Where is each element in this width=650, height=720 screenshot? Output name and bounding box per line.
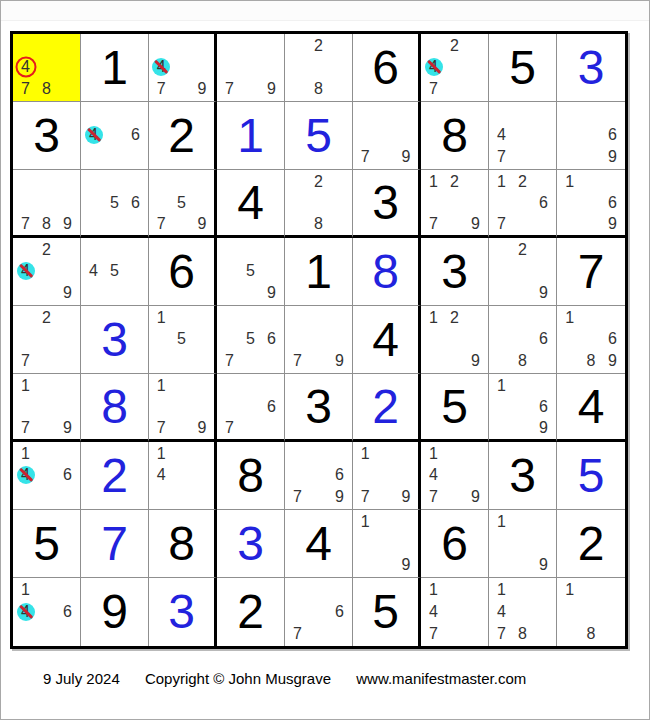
cell-r3c6[interactable]: 3 — [353, 170, 421, 238]
pencil-marks: 67 — [285, 578, 352, 646]
entered-digit: 2 — [353, 374, 418, 439]
given-digit: 6 — [149, 238, 214, 305]
pencil-marks: 15 — [149, 306, 214, 373]
cell-r8c3[interactable]: 8 — [149, 510, 217, 578]
candidate-7: 7 — [151, 213, 171, 234]
candidate-6: 6 — [57, 601, 78, 623]
candidate-4: 4 — [151, 465, 171, 487]
candidate-9: 9 — [261, 78, 282, 100]
candidate-5: 5 — [171, 192, 191, 213]
cell-r1c5[interactable]: 28 — [285, 34, 353, 102]
candidate-1: 1 — [559, 579, 580, 601]
entered-digit: 7 — [81, 510, 148, 577]
candidate-1: 1 — [559, 307, 580, 329]
candidate-7: 7 — [491, 146, 512, 168]
pencil-marks: 45 — [81, 238, 148, 305]
candidate-9: 9 — [465, 213, 486, 234]
cell-r8c7[interactable]: 6 — [421, 510, 489, 578]
candidate-7: 7 — [15, 350, 36, 372]
pencil-marks: 567 — [217, 306, 284, 373]
given-digit: 3 — [353, 170, 418, 235]
cell-r9c1[interactable]: 146 — [13, 578, 81, 646]
candidate-6: 6 — [602, 125, 623, 147]
cell-r2c9[interactable]: 69 — [557, 102, 625, 170]
candidate-9: 9 — [602, 350, 623, 372]
pencil-marks: 1267 — [489, 170, 556, 235]
cell-r4c5[interactable]: 1 — [285, 238, 353, 306]
candidate-9: 9 — [396, 486, 416, 508]
pencil-marks: 69 — [557, 102, 625, 169]
footer: 9 July 2024 Copyright © John Musgrave ww… — [43, 670, 526, 687]
candidate-9: 9 — [261, 282, 282, 304]
candidate-8: 8 — [512, 623, 533, 645]
given-digit: 3 — [285, 374, 352, 439]
cell-r5c2[interactable]: 3 — [81, 306, 149, 374]
cell-r6c1[interactable]: 179 — [13, 374, 81, 442]
given-digit: 5 — [13, 510, 80, 577]
pencil-marks: 19 — [353, 510, 418, 577]
candidate-7: 7 — [15, 213, 36, 234]
given-digit: 6 — [353, 34, 418, 101]
pencil-marks: 1689 — [557, 306, 625, 373]
entered-digit: 2 — [81, 442, 148, 509]
cell-r2c7[interactable]: 8 — [421, 102, 489, 170]
cell-r8c4[interactable]: 3 — [217, 510, 285, 578]
cell-r8c6[interactable]: 19 — [353, 510, 421, 578]
pencil-marks: 67 — [217, 374, 284, 439]
candidate-1: 1 — [15, 443, 36, 465]
entered-digit: 3 — [149, 578, 214, 646]
cell-r3c1[interactable]: 789 — [13, 170, 81, 238]
pencil-marks: 179 — [13, 374, 80, 439]
cell-r5c5[interactable]: 79 — [285, 306, 353, 374]
cell-r6c5[interactable]: 3 — [285, 374, 353, 442]
pencil-marks: 579 — [149, 170, 214, 235]
given-digit: 5 — [421, 374, 488, 439]
candidate-6: 6 — [602, 192, 623, 213]
candidate-6: 6 — [602, 329, 623, 351]
cell-r9c8[interactable]: 1478 — [489, 578, 557, 646]
candidate-9: 9 — [57, 417, 78, 438]
candidate-7: 7 — [151, 78, 171, 100]
cell-r5c1[interactable]: 27 — [13, 306, 81, 374]
cell-r3c5[interactable]: 28 — [285, 170, 353, 238]
cell-r4c9[interactable]: 7 — [557, 238, 625, 306]
cell-r2c6[interactable]: 79 — [353, 102, 421, 170]
cell-r5c7[interactable]: 129 — [421, 306, 489, 374]
candidate-1: 1 — [423, 171, 444, 192]
cell-r1c2[interactable]: 1 — [81, 34, 149, 102]
pencil-marks: 79 — [353, 102, 418, 169]
cell-r2c8[interactable]: 47 — [489, 102, 557, 170]
cell-r7c8[interactable]: 3 — [489, 442, 557, 510]
candidate-4-circled: 4 — [15, 57, 36, 79]
candidate-7: 7 — [219, 78, 240, 100]
cell-r1c8[interactable]: 5 — [489, 34, 557, 102]
pencil-marks: 249 — [13, 238, 80, 305]
candidate-6: 6 — [329, 601, 350, 623]
candidate-7: 7 — [355, 146, 375, 168]
candidate-7: 7 — [15, 78, 36, 100]
cell-r7c7[interactable]: 1479 — [421, 442, 489, 510]
cell-r8c9[interactable]: 2 — [557, 510, 625, 578]
candidate-7: 7 — [423, 486, 444, 508]
pencil-marks: 179 — [149, 374, 214, 439]
given-digit: 8 — [149, 510, 214, 577]
candidate-8: 8 — [308, 78, 329, 100]
candidate-9: 9 — [192, 78, 212, 100]
cell-r5c8[interactable]: 68 — [489, 306, 557, 374]
candidate-9: 9 — [533, 417, 554, 438]
candidate-2: 2 — [36, 239, 57, 261]
pencil-marks: 129 — [421, 306, 488, 373]
candidate-2: 2 — [512, 171, 533, 192]
cell-r6c7[interactable]: 5 — [421, 374, 489, 442]
entered-digit: 1 — [217, 102, 284, 169]
candidate-9: 9 — [329, 350, 350, 372]
cell-r2c5[interactable]: 5 — [285, 102, 353, 170]
candidate-4-eliminated: 4 — [151, 57, 171, 79]
cell-r7c9[interactable]: 5 — [557, 442, 625, 510]
cell-r7c3[interactable]: 14 — [149, 442, 217, 510]
cell-r4c6[interactable]: 8 — [353, 238, 421, 306]
candidate-2: 2 — [36, 307, 57, 329]
entered-digit: 3 — [217, 510, 284, 577]
pencil-marks: 147 — [421, 578, 488, 646]
candidate-2: 2 — [444, 307, 465, 329]
cell-r7c2[interactable]: 2 — [81, 442, 149, 510]
candidate-7: 7 — [491, 623, 512, 645]
cell-r3c7[interactable]: 1279 — [421, 170, 489, 238]
candidate-7: 7 — [287, 486, 308, 508]
given-digit: 9 — [81, 578, 148, 646]
cell-r9c4[interactable]: 2 — [217, 578, 285, 646]
entered-digit: 5 — [557, 442, 625, 509]
cell-r5c4[interactable]: 567 — [217, 306, 285, 374]
candidate-9: 9 — [465, 486, 486, 508]
entered-digit: 8 — [353, 238, 418, 305]
candidate-7: 7 — [491, 213, 512, 234]
candidate-7: 7 — [423, 623, 444, 645]
candidate-9: 9 — [396, 554, 416, 576]
pencil-marks: 19 — [489, 510, 556, 577]
candidate-9: 9 — [192, 213, 212, 234]
given-digit: 3 — [421, 238, 488, 305]
candidate-1: 1 — [15, 375, 36, 396]
cell-r4c1[interactable]: 249 — [13, 238, 81, 306]
entered-digit: 8 — [81, 374, 148, 439]
cell-r8c8[interactable]: 19 — [489, 510, 557, 578]
cell-r7c1[interactable]: 146 — [13, 442, 81, 510]
cell-r1c9[interactable]: 3 — [557, 34, 625, 102]
pencil-marks: 28 — [285, 170, 352, 235]
footer-website: www.manifestmaster.com — [356, 670, 526, 687]
candidate-6: 6 — [125, 125, 146, 147]
candidate-7: 7 — [15, 417, 36, 438]
candidate-7: 7 — [423, 213, 444, 234]
sudoku-board: 4781479792862475334621579847697895657942… — [10, 31, 628, 649]
pencil-marks: 56 — [81, 170, 148, 235]
candidate-8: 8 — [512, 350, 533, 372]
given-digit: 3 — [489, 442, 556, 509]
candidate-4: 4 — [491, 601, 512, 623]
candidate-6: 6 — [533, 329, 554, 351]
candidate-7: 7 — [151, 417, 171, 438]
given-digit: 2 — [557, 510, 625, 577]
cell-r4c2[interactable]: 45 — [81, 238, 149, 306]
candidate-7: 7 — [219, 350, 240, 372]
candidate-1: 1 — [423, 443, 444, 465]
page-top-band — [1, 1, 649, 21]
pencil-marks: 169 — [557, 170, 625, 235]
cell-r6c2[interactable]: 8 — [81, 374, 149, 442]
given-digit: 1 — [81, 34, 148, 101]
pencil-marks: 1478 — [489, 578, 556, 646]
candidate-2: 2 — [512, 239, 533, 261]
candidate-2: 2 — [444, 35, 465, 57]
candidate-8: 8 — [308, 213, 329, 234]
cell-r4c8[interactable]: 29 — [489, 238, 557, 306]
candidate-9: 9 — [602, 146, 623, 168]
given-digit: 7 — [557, 238, 625, 305]
candidate-9: 9 — [533, 554, 554, 576]
cell-r6c6[interactable]: 2 — [353, 374, 421, 442]
candidate-1: 1 — [491, 375, 512, 396]
given-digit: 8 — [217, 442, 284, 509]
given-digit: 3 — [13, 102, 80, 169]
candidate-1: 1 — [491, 171, 512, 192]
candidate-4-eliminated: 4 — [83, 125, 104, 147]
given-digit: 8 — [421, 102, 488, 169]
cell-r9c3[interactable]: 3 — [149, 578, 217, 646]
cell-r4c7[interactable]: 3 — [421, 238, 489, 306]
cell-r3c8[interactable]: 1267 — [489, 170, 557, 238]
footer-date: 9 July 2024 — [43, 670, 120, 687]
cell-r3c3[interactable]: 579 — [149, 170, 217, 238]
cell-r9c9[interactable]: 18 — [557, 578, 625, 646]
candidate-7: 7 — [423, 78, 444, 100]
cell-r6c3[interactable]: 179 — [149, 374, 217, 442]
cell-r9c6[interactable]: 5 — [353, 578, 421, 646]
candidate-4: 4 — [491, 125, 512, 147]
candidate-1: 1 — [151, 375, 171, 396]
cell-r4c4[interactable]: 59 — [217, 238, 285, 306]
pencil-marks: 79 — [217, 34, 284, 101]
pencil-marks: 169 — [489, 374, 556, 439]
cell-r6c4[interactable]: 67 — [217, 374, 285, 442]
cell-r5c6[interactable]: 4 — [353, 306, 421, 374]
candidate-4-eliminated: 4 — [15, 601, 36, 623]
given-digit: 1 — [285, 238, 352, 305]
cell-r8c2[interactable]: 7 — [81, 510, 149, 578]
cell-r6c9[interactable]: 4 — [557, 374, 625, 442]
candidate-1: 1 — [151, 443, 171, 465]
candidate-5: 5 — [240, 329, 261, 351]
candidate-9: 9 — [57, 282, 78, 304]
cell-r7c5[interactable]: 679 — [285, 442, 353, 510]
pencil-marks: 146 — [13, 578, 80, 646]
pencil-marks: 29 — [489, 238, 556, 305]
candidate-2: 2 — [308, 35, 329, 57]
cell-r3c2[interactable]: 56 — [81, 170, 149, 238]
candidate-9: 9 — [602, 213, 623, 234]
cell-r4c3[interactable]: 6 — [149, 238, 217, 306]
cell-r7c4[interactable]: 8 — [217, 442, 285, 510]
candidate-6: 6 — [57, 465, 78, 487]
cell-r5c3[interactable]: 15 — [149, 306, 217, 374]
given-digit: 4 — [217, 170, 284, 235]
cell-r2c3[interactable]: 2 — [149, 102, 217, 170]
pencil-marks: 478 — [13, 34, 80, 101]
candidate-6: 6 — [533, 192, 554, 213]
pencil-marks: 14 — [149, 442, 214, 509]
candidate-9: 9 — [192, 417, 212, 438]
candidate-9: 9 — [57, 213, 78, 234]
candidate-9: 9 — [465, 350, 486, 372]
cell-r8c1[interactable]: 5 — [13, 510, 81, 578]
candidate-7: 7 — [287, 350, 308, 372]
cell-r1c4[interactable]: 79 — [217, 34, 285, 102]
pencil-marks: 679 — [285, 442, 352, 509]
cell-r9c5[interactable]: 67 — [285, 578, 353, 646]
pencil-marks: 1279 — [421, 170, 488, 235]
pencil-marks: 47 — [489, 102, 556, 169]
entered-digit: 5 — [285, 102, 352, 169]
entered-digit: 3 — [557, 34, 625, 101]
candidate-6: 6 — [125, 192, 146, 213]
given-digit: 4 — [285, 510, 352, 577]
given-digit: 5 — [353, 578, 418, 646]
cell-r8c5[interactable]: 4 — [285, 510, 353, 578]
pencil-marks: 27 — [13, 306, 80, 373]
pencil-marks: 247 — [421, 34, 488, 101]
cell-r6c8[interactable]: 169 — [489, 374, 557, 442]
candidate-6: 6 — [533, 396, 554, 417]
given-digit: 4 — [557, 374, 625, 439]
cell-r2c4[interactable]: 1 — [217, 102, 285, 170]
candidate-6: 6 — [329, 465, 350, 487]
pencil-marks: 789 — [13, 170, 80, 235]
pencil-marks: 479 — [149, 34, 214, 101]
candidate-5: 5 — [240, 261, 261, 283]
candidate-5: 5 — [104, 192, 125, 213]
candidate-2: 2 — [444, 171, 465, 192]
candidate-1: 1 — [15, 579, 36, 601]
cell-r9c2[interactable]: 9 — [81, 578, 149, 646]
pencil-marks: 59 — [217, 238, 284, 305]
footer-copyright: Copyright © John Musgrave — [145, 670, 331, 687]
pencil-marks: 1479 — [421, 442, 488, 509]
candidate-4: 4 — [423, 601, 444, 623]
cell-r9c7[interactable]: 147 — [421, 578, 489, 646]
candidate-1: 1 — [355, 443, 375, 465]
candidate-5: 5 — [104, 261, 125, 283]
candidate-1: 1 — [151, 307, 171, 329]
cell-r3c9[interactable]: 169 — [557, 170, 625, 238]
candidate-4: 4 — [83, 261, 104, 283]
candidate-9: 9 — [396, 146, 416, 168]
cell-r1c7[interactable]: 247 — [421, 34, 489, 102]
given-digit: 5 — [489, 34, 556, 101]
cell-r7c6[interactable]: 179 — [353, 442, 421, 510]
candidate-8: 8 — [580, 350, 601, 372]
pencil-marks: 28 — [285, 34, 352, 101]
given-digit: 4 — [353, 306, 418, 373]
candidate-4: 4 — [423, 465, 444, 487]
pencil-marks: 146 — [13, 442, 80, 509]
candidate-9: 9 — [329, 486, 350, 508]
pencil-marks: 68 — [489, 306, 556, 373]
given-digit: 2 — [217, 578, 284, 646]
candidate-7: 7 — [287, 623, 308, 645]
page: { "page": { "footer": { "date": "9 July … — [0, 0, 650, 720]
candidate-4-eliminated: 4 — [15, 465, 36, 487]
candidate-5: 5 — [171, 329, 191, 351]
candidate-1: 1 — [423, 579, 444, 601]
candidate-6: 6 — [261, 329, 282, 351]
candidate-1: 1 — [355, 511, 375, 533]
cell-r1c6[interactable]: 6 — [353, 34, 421, 102]
candidate-1: 1 — [491, 511, 512, 533]
candidate-4-eliminated: 4 — [15, 261, 36, 283]
pencil-marks: 79 — [285, 306, 352, 373]
cell-r5c9[interactable]: 1689 — [557, 306, 625, 374]
pencil-marks: 179 — [353, 442, 418, 509]
candidate-8: 8 — [580, 623, 601, 645]
cell-r2c2[interactable]: 46 — [81, 102, 149, 170]
candidate-6: 6 — [261, 396, 282, 417]
candidate-9: 9 — [533, 282, 554, 304]
candidate-8: 8 — [36, 213, 57, 234]
given-digit: 6 — [421, 510, 488, 577]
pencil-marks: 18 — [557, 578, 625, 646]
candidate-8: 8 — [36, 78, 57, 100]
candidate-1: 1 — [423, 307, 444, 329]
candidate-4-eliminated: 4 — [423, 57, 444, 79]
given-digit: 2 — [149, 102, 214, 169]
pencil-marks: 46 — [81, 102, 148, 169]
entered-digit: 3 — [81, 306, 148, 373]
candidate-2: 2 — [308, 171, 329, 192]
cell-r1c3[interactable]: 479 — [149, 34, 217, 102]
candidate-1: 1 — [559, 171, 580, 192]
cell-r3c4[interactable]: 4 — [217, 170, 285, 238]
candidate-1: 1 — [491, 579, 512, 601]
cell-r1c1[interactable]: 478 — [13, 34, 81, 102]
candidate-7: 7 — [219, 417, 240, 438]
candidate-7: 7 — [355, 486, 375, 508]
cell-r2c1[interactable]: 3 — [13, 102, 81, 170]
